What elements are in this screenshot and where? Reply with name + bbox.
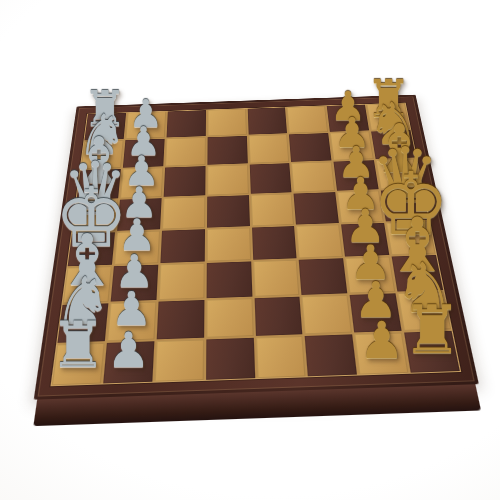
- photo-background: ♜♟♟♜♞♟♟♞♝♟♟♝♛♟♟♛♚♟♟♚♝♟♟♝♞♟♟♞♜♟♟♜: [0, 0, 500, 500]
- piece-white-rook-h1[interactable]: ♜: [50, 313, 107, 376]
- pieces-layer: ♜♟♟♜♞♟♟♞♝♟♟♝♛♟♟♛♚♟♟♚♝♟♟♝♞♟♟♞♜♟♟♜: [0, 0, 500, 500]
- piece-black-pawn-h7[interactable]: ♟: [359, 315, 405, 366]
- piece-black-rook-h8[interactable]: ♜: [402, 298, 462, 365]
- piece-white-pawn-h2[interactable]: ♟: [107, 327, 150, 376]
